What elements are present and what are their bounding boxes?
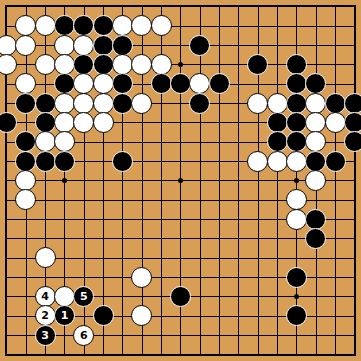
move-number-label: 5 — [80, 291, 88, 302]
stone-white[interactable] — [325, 112, 346, 133]
stone-black[interactable] — [344, 93, 361, 114]
stone-black[interactable] — [325, 151, 346, 172]
stone-black[interactable] — [344, 131, 361, 152]
stone-black[interactable] — [267, 112, 288, 133]
stone-white[interactable] — [54, 93, 75, 114]
grid-line-vertical — [219, 7, 220, 355]
grid-line-vertical — [200, 7, 201, 355]
stone-white[interactable] — [267, 93, 288, 114]
stone-black[interactable] — [112, 151, 133, 172]
stone-black[interactable] — [305, 151, 326, 172]
stone-black[interactable] — [286, 267, 307, 288]
grid-line-horizontal — [7, 258, 355, 259]
stone-white-move-4[interactable]: 4 — [35, 286, 56, 307]
move-number-label: 6 — [80, 330, 88, 341]
stone-black[interactable] — [189, 35, 210, 56]
stone-black[interactable] — [35, 151, 56, 172]
grid-line-vertical — [238, 7, 239, 355]
stone-black[interactable] — [286, 54, 307, 75]
stone-white[interactable] — [54, 35, 75, 56]
stone-black[interactable] — [93, 35, 114, 56]
go-board-screenshot: 452136 — [0, 0, 361, 361]
stone-black[interactable] — [54, 151, 75, 172]
stone-white[interactable] — [15, 35, 36, 56]
stone-black[interactable] — [209, 73, 230, 94]
stone-black[interactable] — [93, 305, 114, 326]
go-board[interactable]: 452136 — [0, 0, 361, 361]
stone-black[interactable] — [267, 131, 288, 152]
stone-black[interactable] — [170, 286, 191, 307]
stone-white[interactable] — [93, 73, 114, 94]
stone-white[interactable] — [35, 131, 56, 152]
stone-white[interactable] — [73, 93, 94, 114]
stone-white-move-6[interactable]: 6 — [73, 325, 94, 346]
stone-black[interactable] — [35, 112, 56, 133]
stone-white[interactable] — [267, 151, 288, 172]
stone-white[interactable] — [73, 35, 94, 56]
grid-line-horizontal — [7, 238, 355, 239]
stone-white[interactable] — [35, 15, 56, 36]
stone-white[interactable] — [54, 286, 75, 307]
stone-white[interactable] — [151, 54, 172, 75]
stone-black[interactable] — [151, 73, 172, 94]
stone-white[interactable] — [112, 54, 133, 75]
stone-black[interactable] — [286, 93, 307, 114]
stone-white[interactable] — [131, 93, 152, 114]
stone-white[interactable] — [247, 151, 268, 172]
stone-white[interactable] — [54, 54, 75, 75]
stone-black[interactable] — [93, 15, 114, 36]
move-number-label: 4 — [41, 291, 49, 302]
stone-white[interactable] — [35, 247, 56, 268]
stone-black[interactable] — [93, 54, 114, 75]
stone-black[interactable] — [15, 93, 36, 114]
stone-black[interactable] — [344, 112, 361, 133]
stone-black[interactable] — [325, 93, 346, 114]
stone-white[interactable] — [247, 93, 268, 114]
stone-white[interactable] — [305, 93, 326, 114]
grid-line-vertical — [335, 7, 336, 355]
stone-black[interactable] — [305, 209, 326, 230]
stone-white[interactable] — [54, 112, 75, 133]
grid-line-horizontal — [7, 335, 355, 336]
stone-white[interactable] — [93, 93, 114, 114]
stone-white[interactable] — [131, 267, 152, 288]
stone-black[interactable] — [189, 93, 210, 114]
stone-black[interactable] — [112, 93, 133, 114]
stone-black[interactable] — [35, 93, 56, 114]
stone-white[interactable] — [93, 112, 114, 133]
move-number-label: 3 — [41, 330, 49, 341]
stone-black-move-3[interactable]: 3 — [35, 325, 56, 346]
move-number-label: 1 — [61, 310, 69, 321]
stone-black[interactable] — [15, 151, 36, 172]
stone-black[interactable] — [112, 35, 133, 56]
stone-white[interactable] — [151, 15, 172, 36]
move-number-label: 2 — [41, 310, 49, 321]
stone-white-move-2[interactable]: 2 — [35, 305, 56, 326]
stone-black[interactable] — [286, 112, 307, 133]
grid-line-vertical — [277, 7, 278, 355]
stone-white[interactable] — [286, 151, 307, 172]
stone-white[interactable] — [35, 54, 56, 75]
stone-white[interactable] — [286, 209, 307, 230]
